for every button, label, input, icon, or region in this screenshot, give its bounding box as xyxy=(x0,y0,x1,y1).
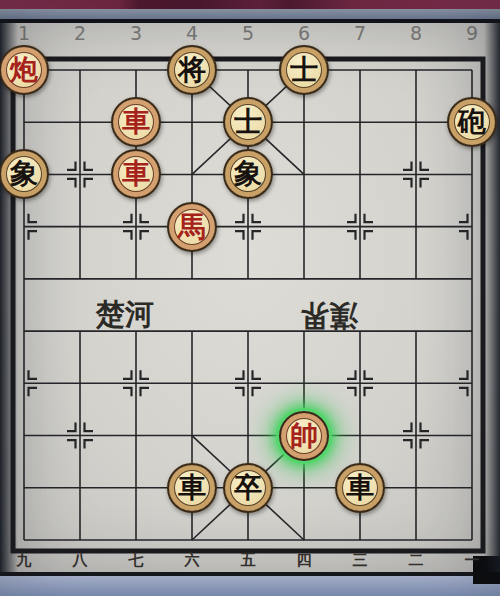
piece-glyph: 車 xyxy=(122,108,150,136)
piece-glyph: 車 xyxy=(122,160,150,188)
screen-photo: 123456789 九八七六五四三二一 楚河 漢界 炮将士車士砲象車象馬帥車卒車 xyxy=(0,0,500,596)
piece-black-advisor[interactable]: 士 xyxy=(223,97,273,147)
piece-glyph: 車 xyxy=(178,474,206,502)
file-label-top-2: 2 xyxy=(74,22,86,44)
piece-glyph: 士 xyxy=(234,108,262,136)
piece-glyph: 将 xyxy=(178,56,206,84)
piece-black-elephant[interactable]: 象 xyxy=(223,149,273,199)
piece-glyph: 卒 xyxy=(234,474,262,502)
piece-glyph: 馬 xyxy=(178,213,206,241)
piece-red-horse[interactable]: 馬 xyxy=(167,202,217,252)
piece-glyph: 車 xyxy=(346,474,374,502)
file-label-top-8: 8 xyxy=(410,22,422,44)
piece-glyph: 象 xyxy=(10,160,38,188)
piece-black-chariot[interactable]: 車 xyxy=(335,463,385,513)
piece-glyph: 帥 xyxy=(290,422,318,450)
piece-glyph: 士 xyxy=(290,56,318,84)
piece-glyph: 象 xyxy=(234,160,262,188)
piece-black-elephant[interactable]: 象 xyxy=(0,149,49,199)
file-label-top-4: 4 xyxy=(186,22,198,44)
piece-red-general[interactable]: 帥 xyxy=(279,411,329,461)
piece-red-chariot[interactable]: 車 xyxy=(111,97,161,147)
piece-black-chariot[interactable]: 車 xyxy=(167,463,217,513)
file-label-top-9: 9 xyxy=(466,22,478,44)
file-label-top-6: 6 xyxy=(298,22,310,44)
pieces-grid: 炮将士車士砲象車象馬帥車卒車 xyxy=(0,44,500,566)
file-label-top-3: 3 xyxy=(130,22,142,44)
piece-red-chariot[interactable]: 車 xyxy=(111,149,161,199)
piece-glyph: 炮 xyxy=(10,56,38,84)
file-label-top-5: 5 xyxy=(242,22,254,44)
piece-black-soldier[interactable]: 卒 xyxy=(223,463,273,513)
piece-glyph: 砲 xyxy=(458,108,486,136)
piece-black-advisor[interactable]: 士 xyxy=(279,45,329,95)
piece-black-general[interactable]: 将 xyxy=(167,45,217,95)
piece-black-cannon[interactable]: 砲 xyxy=(447,97,497,147)
piece-red-cannon[interactable]: 炮 xyxy=(0,45,49,95)
file-label-top-1: 1 xyxy=(18,22,30,44)
file-label-top-7: 7 xyxy=(354,22,366,44)
